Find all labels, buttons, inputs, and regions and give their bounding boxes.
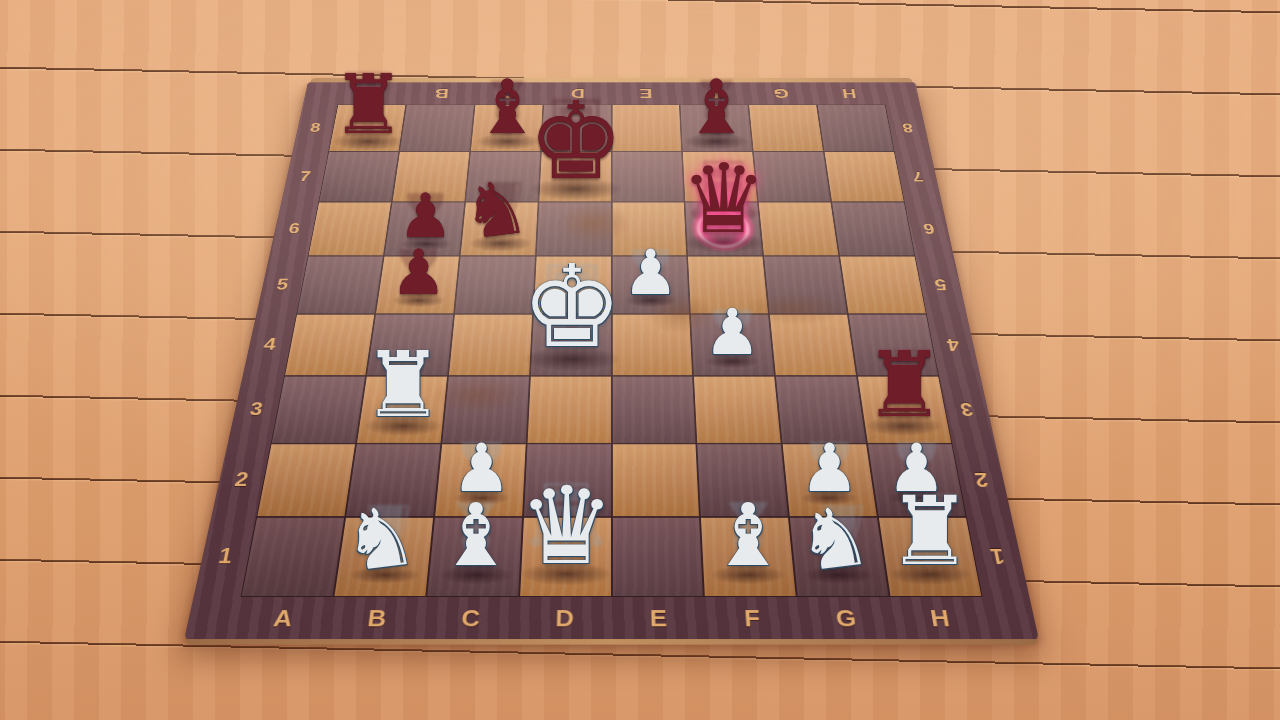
square-a5[interactable]	[297, 256, 383, 313]
file-label-top-B: B	[406, 82, 477, 105]
file-labels-bottom: ABCDEFGH	[232, 597, 991, 640]
red-pawn-icon: ♟	[391, 242, 447, 304]
file-label-top-G: G	[746, 82, 817, 105]
square-a6[interactable]	[309, 202, 391, 255]
file-label-bottom-A: A	[232, 597, 333, 640]
square-h8[interactable]	[818, 105, 894, 151]
file-label-bottom-H: H	[890, 597, 991, 640]
square-f3[interactable]	[694, 377, 781, 443]
blue-bishop-icon: ♝	[437, 492, 515, 579]
square-a7[interactable]	[319, 152, 398, 201]
file-label-bottom-B: B	[327, 597, 426, 640]
blue-rook-icon: ♜	[887, 484, 972, 579]
file-label-top-H: H	[814, 82, 886, 105]
red-king-icon: ♚	[528, 88, 624, 195]
red-rook-icon: ♜	[864, 340, 945, 431]
square-h6[interactable]	[832, 202, 914, 255]
square-h5[interactable]	[840, 256, 926, 313]
blue-knight-icon: ♞	[792, 493, 876, 584]
file-label-bottom-D: D	[517, 597, 612, 640]
square-e2[interactable]	[612, 444, 699, 516]
square-e1[interactable]	[612, 518, 703, 596]
square-g5[interactable]	[764, 256, 847, 313]
blue-rook-icon: ♜	[363, 340, 444, 431]
red-bishop-icon: ♝	[683, 71, 750, 146]
file-label-bottom-G: G	[797, 597, 896, 640]
blue-bishop-icon: ♝	[709, 492, 787, 579]
blue-pawn-icon: ♟	[704, 301, 761, 365]
file-label-bottom-E: E	[612, 597, 707, 640]
square-a3[interactable]	[272, 377, 365, 443]
blue-queen-icon: ♛	[518, 472, 614, 579]
square-h7[interactable]	[825, 152, 904, 201]
blue-king-icon: ♚	[521, 251, 623, 365]
blue-pawn-icon: ♟	[623, 242, 679, 304]
square-e3[interactable]	[612, 377, 695, 443]
square-a1[interactable]	[242, 518, 344, 596]
square-a4[interactable]	[285, 314, 374, 375]
red-queen-icon: ♛	[681, 151, 767, 247]
square-d3[interactable]	[527, 377, 610, 443]
blue-knight-icon: ♞	[338, 493, 422, 584]
file-label-bottom-C: C	[422, 597, 519, 640]
square-g4[interactable]	[770, 314, 856, 375]
file-label-bottom-F: F	[704, 597, 801, 640]
red-rook-icon: ♜	[332, 64, 405, 146]
